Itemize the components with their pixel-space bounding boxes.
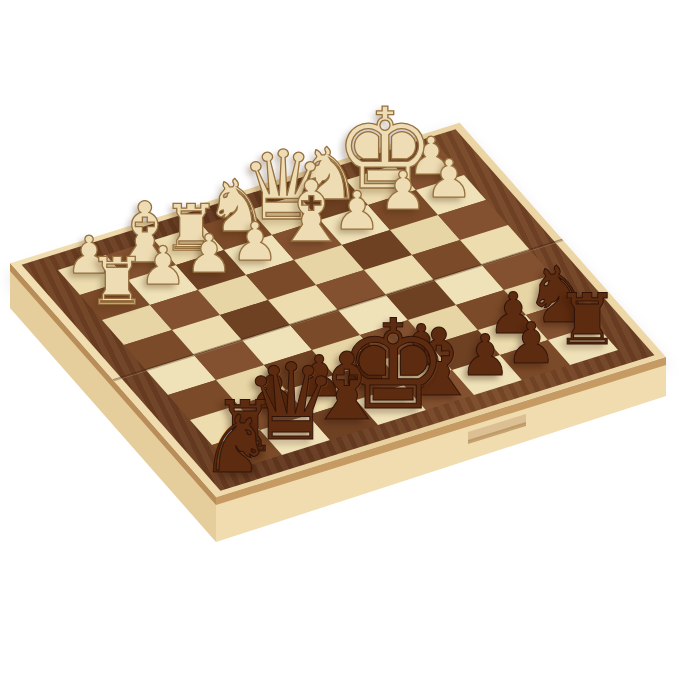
product-photo-canvas: ♟♝♜♞♛♞♚♟♜♟♟♟♝♟♟♟♟♟♟♟♟♞♜♛♝♚♝♟♟♜♞: [0, 0, 700, 700]
